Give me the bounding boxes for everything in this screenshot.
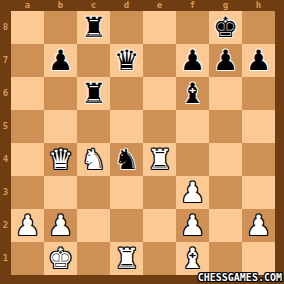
square-g4[interactable] [209, 143, 242, 176]
square-a5[interactable] [11, 110, 44, 143]
rank-labels: 87654321 [0, 11, 11, 275]
piece-white-queen: ♛ [48, 143, 73, 176]
square-g3[interactable] [209, 176, 242, 209]
square-e4[interactable]: ♜ [143, 143, 176, 176]
square-c7[interactable] [77, 44, 110, 77]
square-g5[interactable] [209, 110, 242, 143]
square-d3[interactable] [110, 176, 143, 209]
square-g6[interactable] [209, 77, 242, 110]
rank-label-5: 5 [0, 110, 11, 143]
piece-white-pawn: ♟ [180, 209, 205, 242]
square-e2[interactable] [143, 209, 176, 242]
square-a8[interactable] [11, 11, 44, 44]
square-d7[interactable]: ♛ [110, 44, 143, 77]
square-d2[interactable] [110, 209, 143, 242]
piece-white-pawn: ♟ [246, 209, 271, 242]
square-c3[interactable] [77, 176, 110, 209]
square-d4[interactable]: ♞ [110, 143, 143, 176]
piece-white-knight: ♞ [81, 143, 106, 176]
piece-black-pawn: ♟ [48, 44, 73, 77]
square-f5[interactable] [176, 110, 209, 143]
piece-black-rook: ♜ [81, 77, 106, 110]
square-b7[interactable]: ♟ [44, 44, 77, 77]
square-a6[interactable] [11, 77, 44, 110]
square-b2[interactable]: ♟ [44, 209, 77, 242]
piece-white-bishop: ♝ [180, 242, 205, 275]
rank-label-2: 2 [0, 209, 11, 242]
site-watermark: CHESSGAMES.COM [198, 272, 282, 284]
square-g8[interactable]: ♚ [209, 11, 242, 44]
file-label-e: e [143, 0, 176, 11]
square-f7[interactable]: ♟ [176, 44, 209, 77]
square-h8[interactable] [242, 11, 275, 44]
square-a4[interactable] [11, 143, 44, 176]
square-f2[interactable]: ♟ [176, 209, 209, 242]
square-h5[interactable] [242, 110, 275, 143]
square-a3[interactable] [11, 176, 44, 209]
piece-white-king: ♚ [48, 242, 73, 275]
square-h7[interactable]: ♟ [242, 44, 275, 77]
square-b1[interactable]: ♚ [44, 242, 77, 275]
square-b4[interactable]: ♛ [44, 143, 77, 176]
square-h6[interactable] [242, 77, 275, 110]
piece-white-rook: ♜ [114, 242, 139, 275]
square-b3[interactable] [44, 176, 77, 209]
file-label-a: a [11, 0, 44, 11]
square-a1[interactable] [11, 242, 44, 275]
square-e8[interactable] [143, 11, 176, 44]
square-e1[interactable] [143, 242, 176, 275]
rank-label-8: 8 [0, 11, 11, 44]
piece-white-pawn: ♟ [15, 209, 40, 242]
square-c2[interactable] [77, 209, 110, 242]
square-b5[interactable] [44, 110, 77, 143]
square-h3[interactable] [242, 176, 275, 209]
square-h2[interactable]: ♟ [242, 209, 275, 242]
square-f4[interactable] [176, 143, 209, 176]
piece-black-pawn: ♟ [180, 44, 205, 77]
square-e5[interactable] [143, 110, 176, 143]
square-f6[interactable]: ♝ [176, 77, 209, 110]
file-label-g: g [209, 0, 242, 11]
square-e6[interactable] [143, 77, 176, 110]
square-e7[interactable] [143, 44, 176, 77]
square-e3[interactable] [143, 176, 176, 209]
square-f8[interactable] [176, 11, 209, 44]
piece-white-rook: ♜ [147, 143, 172, 176]
piece-white-pawn: ♟ [180, 176, 205, 209]
square-a2[interactable]: ♟ [11, 209, 44, 242]
file-label-f: f [176, 0, 209, 11]
file-label-b: b [44, 0, 77, 11]
chess-diagram-frame: abcdefgh 87654321 ♜♚♟♛♟♟♟♜♝♛♞♞♜♟♟♟♟♟♚♜♝ … [0, 0, 284, 284]
piece-black-bishop: ♝ [180, 77, 205, 110]
rank-label-7: 7 [0, 44, 11, 77]
square-h1[interactable] [242, 242, 275, 275]
square-d6[interactable] [110, 77, 143, 110]
square-g2[interactable] [209, 209, 242, 242]
rank-label-3: 3 [0, 176, 11, 209]
file-label-h: h [242, 0, 275, 11]
piece-black-pawn: ♟ [213, 44, 238, 77]
square-d8[interactable] [110, 11, 143, 44]
piece-white-pawn: ♟ [48, 209, 73, 242]
square-f1[interactable]: ♝ [176, 242, 209, 275]
square-b6[interactable] [44, 77, 77, 110]
piece-black-rook: ♜ [81, 11, 106, 44]
file-labels: abcdefgh [11, 0, 275, 11]
file-label-c: c [77, 0, 110, 11]
file-label-d: d [110, 0, 143, 11]
chess-board: ♜♚♟♛♟♟♟♜♝♛♞♞♜♟♟♟♟♟♚♜♝ [11, 11, 275, 275]
piece-black-king: ♚ [213, 11, 238, 44]
square-c8[interactable]: ♜ [77, 11, 110, 44]
square-d1[interactable]: ♜ [110, 242, 143, 275]
square-c1[interactable] [77, 242, 110, 275]
rank-label-6: 6 [0, 77, 11, 110]
square-g7[interactable]: ♟ [209, 44, 242, 77]
square-h4[interactable] [242, 143, 275, 176]
rank-label-1: 1 [0, 242, 11, 275]
square-c4[interactable]: ♞ [77, 143, 110, 176]
piece-black-pawn: ♟ [246, 44, 271, 77]
square-f3[interactable]: ♟ [176, 176, 209, 209]
square-a7[interactable] [11, 44, 44, 77]
square-d5[interactable] [110, 110, 143, 143]
square-c6[interactable]: ♜ [77, 77, 110, 110]
piece-black-knight: ♞ [114, 143, 139, 176]
square-g1[interactable] [209, 242, 242, 275]
rank-label-4: 4 [0, 143, 11, 176]
square-b8[interactable] [44, 11, 77, 44]
square-c5[interactable] [77, 110, 110, 143]
piece-black-queen: ♛ [114, 44, 139, 77]
